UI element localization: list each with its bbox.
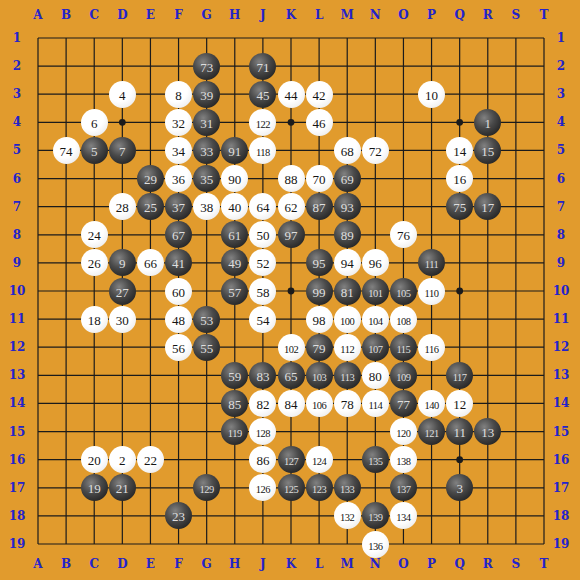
coord-label-bottom-F: F [174, 557, 183, 571]
move-number: 30 [116, 307, 129, 334]
move-number: 123 [312, 476, 326, 503]
move-number: 85 [228, 391, 241, 418]
star-point-K10 [288, 288, 295, 295]
move-number: 11 [453, 419, 466, 446]
move-number: 79 [313, 335, 326, 362]
coord-label-bottom-B: B [61, 557, 71, 571]
move-number: 7 [119, 138, 126, 165]
coord-label-top-M: M [341, 8, 354, 22]
move-number: 139 [368, 504, 382, 531]
stone-black-19-C17[interactable]: 19 [81, 474, 108, 501]
coord-label-left-2: 2 [13, 59, 21, 73]
move-number: 14 [453, 138, 466, 165]
move-number: 34 [172, 138, 185, 165]
coord-label-bottom-R: R [483, 557, 493, 571]
move-number: 84 [285, 391, 298, 418]
move-number: 116 [425, 336, 439, 363]
stone-black-37-F7[interactable]: 37 [165, 193, 192, 220]
move-number: 70 [313, 166, 326, 193]
stone-white-68-M5[interactable]: 68 [334, 137, 361, 164]
stone-white-78-M14[interactable]: 78 [334, 390, 361, 417]
stone-black-91-H5[interactable]: 91 [221, 137, 248, 164]
move-number: 29 [144, 166, 157, 193]
stone-black-27-D10[interactable]: 27 [109, 278, 136, 305]
coord-label-bottom-L: L [315, 557, 323, 571]
stone-white-120-O15[interactable]: 120 [390, 418, 417, 445]
stone-white-16-Q6[interactable]: 16 [446, 165, 473, 192]
stone-black-15-R5[interactable]: 15 [474, 137, 501, 164]
move-number: 102 [284, 336, 298, 363]
coord-label-right-10: 10 [553, 284, 570, 298]
stone-white-114-N14[interactable]: 114 [362, 390, 389, 417]
move-number: 23 [172, 503, 185, 530]
stone-black-7-D5[interactable]: 7 [109, 137, 136, 164]
go-kifu-diagram: AABBCCDDEEFFGGHHJJKKLLMMNNOOPPQQRRSSTT11… [0, 0, 580, 580]
stone-white-106-L14[interactable]: 106 [306, 390, 333, 417]
stone-white-4-D3[interactable]: 4 [109, 81, 136, 108]
coord-label-right-16: 16 [553, 453, 570, 467]
move-number: 69 [341, 166, 354, 193]
move-number: 9 [119, 250, 126, 277]
coord-label-bottom-S: S [512, 557, 521, 571]
stone-black-101-N10[interactable]: 101 [362, 278, 389, 305]
stone-black-29-E6[interactable]: 29 [137, 165, 164, 192]
coord-label-right-5: 5 [557, 143, 565, 157]
coord-label-right-12: 12 [553, 340, 570, 354]
move-number: 26 [88, 250, 101, 277]
move-number: 132 [340, 504, 354, 531]
stone-black-1-R4[interactable]: 1 [474, 109, 501, 136]
move-number: 58 [256, 279, 269, 306]
coord-label-top-H: H [229, 8, 240, 22]
stone-black-59-H13[interactable]: 59 [221, 362, 248, 389]
move-number: 127 [284, 448, 298, 475]
move-number: 103 [312, 364, 326, 391]
move-number: 126 [256, 476, 270, 503]
stone-black-21-D17[interactable]: 21 [109, 474, 136, 501]
move-number: 46 [313, 110, 326, 137]
move-number: 90 [228, 166, 241, 193]
stone-white-18-C11[interactable]: 18 [81, 306, 108, 333]
move-number: 28 [116, 194, 129, 221]
coord-label-top-Q: Q [454, 8, 464, 22]
move-number: 138 [396, 448, 410, 475]
move-number: 59 [228, 363, 241, 390]
move-number: 120 [396, 420, 410, 447]
stone-black-113-M13[interactable]: 113 [334, 362, 361, 389]
stone-white-22-E16[interactable]: 22 [137, 446, 164, 473]
stone-white-46-L4[interactable]: 46 [306, 109, 333, 136]
move-number: 33 [200, 138, 213, 165]
coord-label-left-8: 8 [13, 228, 21, 242]
move-number: 38 [200, 194, 213, 221]
move-number: 2 [119, 447, 126, 474]
move-number: 6 [91, 110, 98, 137]
move-number: 8 [175, 82, 182, 109]
stone-white-42-L3[interactable]: 42 [306, 81, 333, 108]
star-point-Q10 [456, 288, 463, 295]
move-number: 111 [425, 251, 438, 278]
stone-white-72-N5[interactable]: 72 [362, 137, 389, 164]
coord-label-right-2: 2 [557, 59, 565, 73]
move-number: 61 [228, 222, 241, 249]
coord-label-right-18: 18 [553, 509, 570, 523]
stone-white-100-M11[interactable]: 100 [334, 306, 361, 333]
move-number: 105 [396, 280, 410, 307]
stone-white-94-M9[interactable]: 94 [334, 249, 361, 276]
coord-label-right-14: 14 [553, 396, 570, 410]
coord-label-left-5: 5 [13, 143, 21, 157]
stone-black-93-M7[interactable]: 93 [334, 193, 361, 220]
stone-white-32-F4[interactable]: 32 [165, 109, 192, 136]
move-number: 17 [481, 194, 494, 221]
move-number: 113 [340, 364, 354, 391]
stone-black-115-O12[interactable]: 115 [390, 334, 417, 361]
stone-black-103-L13[interactable]: 103 [306, 362, 333, 389]
move-number: 40 [228, 194, 241, 221]
move-number: 62 [285, 194, 298, 221]
move-number: 67 [172, 222, 185, 249]
move-number: 25 [144, 194, 157, 221]
coord-label-left-19: 19 [9, 537, 26, 551]
move-number: 21 [116, 475, 129, 502]
move-number: 124 [312, 448, 326, 475]
move-number: 22 [144, 447, 157, 474]
stone-black-81-M10[interactable]: 81 [334, 278, 361, 305]
coord-label-bottom-T: T [540, 557, 549, 571]
coord-label-bottom-J: J [260, 557, 266, 571]
move-number: 45 [256, 82, 269, 109]
stone-black-33-G5[interactable]: 33 [193, 137, 220, 164]
stone-black-69-M6[interactable]: 69 [334, 165, 361, 192]
stone-white-112-M12[interactable]: 112 [334, 334, 361, 361]
move-number: 66 [144, 250, 157, 277]
coord-label-top-S: S [512, 8, 521, 22]
move-number: 77 [397, 391, 410, 418]
move-number: 121 [424, 420, 438, 447]
stone-black-117-Q13[interactable]: 117 [446, 362, 473, 389]
stone-white-104-N11[interactable]: 104 [362, 306, 389, 333]
stone-white-34-F5[interactable]: 34 [165, 137, 192, 164]
stone-white-76-O8[interactable]: 76 [390, 221, 417, 248]
move-number: 37 [172, 194, 185, 221]
stone-white-138-O16[interactable]: 138 [390, 446, 417, 473]
move-number: 135 [368, 448, 382, 475]
stone-black-9-D9[interactable]: 9 [109, 249, 136, 276]
coord-label-bottom-P: P [427, 557, 436, 571]
move-number: 75 [453, 194, 466, 221]
coord-label-left-18: 18 [9, 509, 26, 523]
stone-black-99-L10[interactable]: 99 [306, 278, 333, 305]
move-number: 97 [285, 222, 298, 249]
move-number: 53 [200, 307, 213, 334]
stone-white-44-K3[interactable]: 44 [278, 81, 305, 108]
move-number: 136 [368, 533, 382, 560]
stone-black-121-P15[interactable]: 121 [418, 418, 445, 445]
move-number: 56 [172, 335, 185, 362]
move-number: 100 [340, 308, 354, 335]
move-number: 39 [200, 82, 213, 109]
stone-black-57-H10[interactable]: 57 [221, 278, 248, 305]
stone-black-109-O13[interactable]: 109 [390, 362, 417, 389]
coord-label-top-L: L [315, 8, 323, 22]
stone-black-39-G3[interactable]: 39 [193, 81, 220, 108]
move-number: 93 [341, 194, 354, 221]
move-number: 112 [340, 336, 354, 363]
coord-label-bottom-K: K [286, 557, 296, 571]
move-number: 68 [341, 138, 354, 165]
stone-white-136-N19[interactable]: 136 [362, 531, 389, 558]
move-number: 15 [481, 138, 494, 165]
move-number: 72 [369, 138, 382, 165]
move-number: 31 [200, 110, 213, 137]
star-point-Q16 [456, 456, 463, 463]
stone-black-89-M8[interactable]: 89 [334, 221, 361, 248]
move-number: 81 [341, 279, 354, 306]
stone-white-48-F11[interactable]: 48 [165, 306, 192, 333]
move-number: 128 [256, 420, 270, 447]
stone-white-70-L6[interactable]: 70 [306, 165, 333, 192]
stone-white-60-F10[interactable]: 60 [165, 278, 192, 305]
move-number: 44 [285, 82, 298, 109]
coord-label-left-11: 11 [9, 312, 26, 326]
move-number: 110 [425, 280, 439, 307]
move-number: 125 [284, 476, 298, 503]
stone-black-105-O10[interactable]: 105 [390, 278, 417, 305]
stone-black-85-H14[interactable]: 85 [221, 390, 248, 417]
stone-white-108-O11[interactable]: 108 [390, 306, 417, 333]
stone-black-123-L17[interactable]: 123 [306, 474, 333, 501]
stone-white-28-D7[interactable]: 28 [109, 193, 136, 220]
move-number: 32 [172, 110, 185, 137]
move-number: 54 [256, 307, 269, 334]
move-number: 119 [228, 420, 242, 447]
coord-label-bottom-A: A [33, 557, 42, 571]
stone-white-54-J11[interactable]: 54 [249, 306, 276, 333]
move-number: 1 [485, 110, 492, 137]
move-number: 19 [88, 475, 101, 502]
stone-white-88-K6[interactable]: 88 [278, 165, 305, 192]
stone-black-87-L7[interactable]: 87 [306, 193, 333, 220]
stone-white-56-F12[interactable]: 56 [165, 334, 192, 361]
coord-label-left-15: 15 [9, 425, 26, 439]
stone-black-5-C5[interactable]: 5 [81, 137, 108, 164]
coord-label-right-4: 4 [557, 115, 565, 129]
stone-white-8-F3[interactable]: 8 [165, 81, 192, 108]
move-number: 24 [88, 222, 101, 249]
move-number: 94 [341, 250, 354, 277]
move-number: 65 [285, 363, 298, 390]
stone-black-133-M17[interactable]: 133 [334, 474, 361, 501]
stone-white-116-P12[interactable]: 116 [418, 334, 445, 361]
stone-black-71-J2[interactable]: 71 [249, 53, 276, 80]
stone-white-80-N13[interactable]: 80 [362, 362, 389, 389]
stone-black-95-L9[interactable]: 95 [306, 249, 333, 276]
stone-white-124-L16[interactable]: 124 [306, 446, 333, 473]
coord-label-top-P: P [427, 8, 436, 22]
coord-label-left-10: 10 [9, 284, 26, 298]
stone-white-12-Q14[interactable]: 12 [446, 390, 473, 417]
stone-black-125-K17[interactable]: 125 [278, 474, 305, 501]
stone-black-11-Q15[interactable]: 11 [446, 418, 473, 445]
move-number: 73 [200, 54, 213, 81]
move-number: 88 [285, 166, 298, 193]
move-number: 12 [453, 391, 466, 418]
coord-label-left-4: 4 [13, 115, 21, 129]
stone-black-127-K16[interactable]: 127 [278, 446, 305, 473]
stone-white-62-K7[interactable]: 62 [278, 193, 305, 220]
stone-white-2-D16[interactable]: 2 [109, 446, 136, 473]
stone-white-6-C4[interactable]: 6 [81, 109, 108, 136]
star-point-Q4 [456, 119, 463, 126]
stone-black-137-O17[interactable]: 137 [390, 474, 417, 501]
stone-black-35-G6[interactable]: 35 [193, 165, 220, 192]
stone-white-96-N9[interactable]: 96 [362, 249, 389, 276]
move-number: 115 [397, 336, 411, 363]
coord-label-left-7: 7 [13, 200, 21, 214]
coord-label-top-E: E [146, 8, 155, 22]
coord-label-right-3: 3 [557, 87, 565, 101]
move-number: 104 [368, 308, 382, 335]
move-number: 117 [453, 364, 467, 391]
stone-black-139-N18[interactable]: 139 [362, 502, 389, 529]
coord-label-right-1: 1 [557, 31, 565, 45]
move-number: 55 [200, 335, 213, 362]
coord-label-top-T: T [540, 8, 549, 22]
stone-white-132-M18[interactable]: 132 [334, 502, 361, 529]
move-number: 133 [340, 476, 354, 503]
stone-white-140-P14[interactable]: 140 [418, 390, 445, 417]
stone-black-77-O14[interactable]: 77 [390, 390, 417, 417]
stone-black-97-K8[interactable]: 97 [278, 221, 305, 248]
stone-black-45-J3[interactable]: 45 [249, 81, 276, 108]
coord-label-bottom-H: H [229, 557, 240, 571]
stone-white-10-P3[interactable]: 10 [418, 81, 445, 108]
move-number: 106 [312, 392, 326, 419]
move-number: 41 [172, 250, 185, 277]
stone-black-73-G2[interactable]: 73 [193, 53, 220, 80]
coord-label-top-K: K [286, 8, 296, 22]
stone-black-79-L12[interactable]: 79 [306, 334, 333, 361]
move-number: 129 [200, 476, 214, 503]
coord-label-bottom-C: C [89, 557, 99, 571]
move-number: 95 [313, 250, 326, 277]
stone-white-122-J4[interactable]: 122 [249, 109, 276, 136]
move-number: 13 [481, 419, 494, 446]
move-number: 52 [256, 250, 269, 277]
stone-white-14-Q5[interactable]: 14 [446, 137, 473, 164]
stone-white-24-C8[interactable]: 24 [81, 221, 108, 248]
coord-label-top-N: N [370, 8, 381, 22]
coord-label-bottom-G: G [202, 557, 212, 571]
move-number: 57 [228, 279, 241, 306]
stone-white-84-K14[interactable]: 84 [278, 390, 305, 417]
move-number: 64 [256, 194, 269, 221]
move-number: 20 [88, 447, 101, 474]
stone-black-65-K13[interactable]: 65 [278, 362, 305, 389]
stone-white-98-L11[interactable]: 98 [306, 306, 333, 333]
stone-black-135-N16[interactable]: 135 [362, 446, 389, 473]
stone-black-53-G11[interactable]: 53 [193, 306, 220, 333]
move-number: 99 [313, 279, 326, 306]
move-number: 82 [256, 391, 269, 418]
coord-label-right-6: 6 [557, 172, 565, 186]
move-number: 35 [200, 166, 213, 193]
coord-label-top-A: A [33, 8, 42, 22]
move-number: 140 [424, 392, 438, 419]
coord-label-right-13: 13 [553, 368, 570, 382]
move-number: 96 [369, 250, 382, 277]
move-number: 27 [116, 279, 129, 306]
coord-label-bottom-O: O [398, 557, 408, 571]
coord-label-left-3: 3 [13, 87, 21, 101]
stone-white-36-F6[interactable]: 36 [165, 165, 192, 192]
star-point-D4 [119, 119, 126, 126]
coord-label-right-17: 17 [553, 481, 570, 495]
coord-label-top-O: O [398, 8, 408, 22]
move-number: 10 [425, 82, 438, 109]
star-point-K4 [288, 119, 295, 126]
stone-black-55-G12[interactable]: 55 [193, 334, 220, 361]
coord-label-left-13: 13 [9, 368, 26, 382]
move-number: 5 [91, 138, 98, 165]
move-number: 118 [256, 139, 270, 166]
stone-white-30-D11[interactable]: 30 [109, 306, 136, 333]
move-number: 36 [172, 166, 185, 193]
stone-black-107-N12[interactable]: 107 [362, 334, 389, 361]
coord-label-right-15: 15 [553, 425, 570, 439]
move-number: 71 [256, 54, 269, 81]
move-number: 91 [228, 138, 241, 165]
move-number: 78 [341, 391, 354, 418]
coord-label-right-9: 9 [557, 256, 565, 270]
stone-white-74-B5[interactable]: 74 [53, 137, 80, 164]
stone-white-102-K12[interactable]: 102 [278, 334, 305, 361]
coord-label-bottom-M: M [341, 557, 354, 571]
coord-label-bottom-E: E [146, 557, 155, 571]
move-number: 18 [88, 307, 101, 334]
move-number: 4 [119, 82, 126, 109]
coord-label-right-11: 11 [553, 312, 570, 326]
stone-white-110-P10[interactable]: 110 [418, 278, 445, 305]
stone-black-25-E7[interactable]: 25 [137, 193, 164, 220]
coord-label-right-19: 19 [553, 537, 570, 551]
stone-white-26-C9[interactable]: 26 [81, 249, 108, 276]
move-number: 114 [368, 392, 382, 419]
move-number: 86 [256, 447, 269, 474]
stone-black-31-G4[interactable]: 31 [193, 109, 220, 136]
coord-label-top-R: R [483, 8, 493, 22]
move-number: 3 [456, 475, 463, 502]
coord-label-left-17: 17 [9, 481, 26, 495]
coord-label-top-C: C [89, 8, 99, 22]
coord-label-top-D: D [117, 8, 127, 22]
coord-label-left-12: 12 [9, 340, 26, 354]
move-number: 89 [341, 222, 354, 249]
move-number: 83 [256, 363, 269, 390]
coord-label-bottom-D: D [117, 557, 127, 571]
coord-label-top-G: G [202, 8, 212, 22]
move-number: 42 [313, 82, 326, 109]
move-number: 98 [313, 307, 326, 334]
move-number: 48 [172, 307, 185, 334]
coord-label-top-J: J [260, 8, 266, 22]
move-number: 80 [369, 363, 382, 390]
coord-label-left-14: 14 [9, 396, 26, 410]
stone-white-20-C16[interactable]: 20 [81, 446, 108, 473]
stone-white-58-J10[interactable]: 58 [249, 278, 276, 305]
stone-black-83-J13[interactable]: 83 [249, 362, 276, 389]
